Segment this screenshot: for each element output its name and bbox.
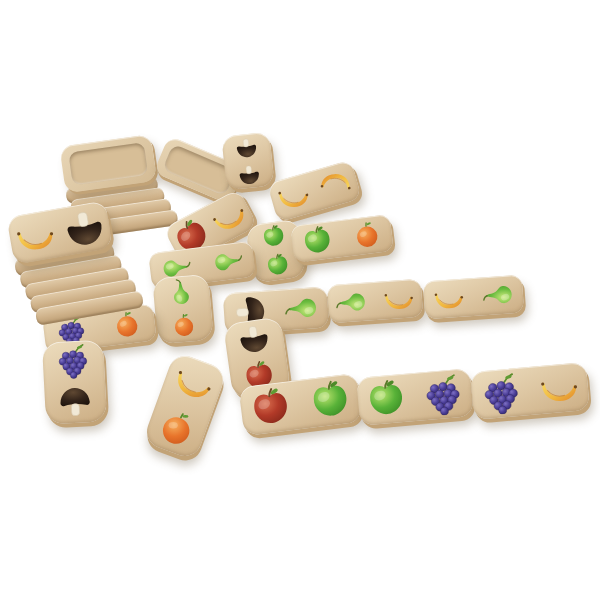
- banana-icon: [11, 212, 60, 261]
- dominoes-scene: [0, 0, 600, 598]
- domino-draw-stack[interactable]: [6, 200, 125, 335]
- tile-stack-layer: [0, 0, 600, 598]
- mushroom-icon: [60, 204, 109, 253]
